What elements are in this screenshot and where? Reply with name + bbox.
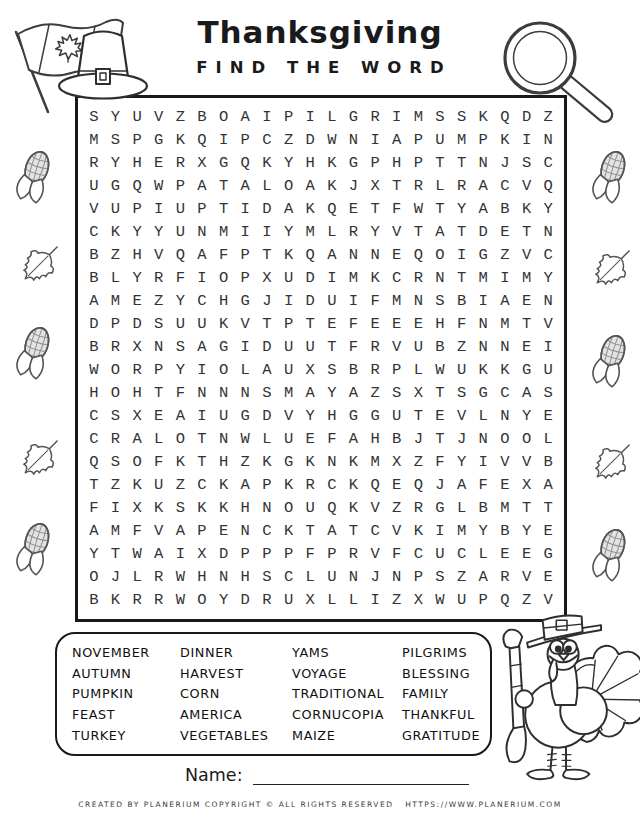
grid-cell[interactable]: K [343,497,365,520]
grid-cell[interactable]: J [408,428,430,451]
grid-cell[interactable]: A [299,382,321,405]
grid-cell[interactable]: L [126,566,148,589]
grid-cell[interactable]: B [472,497,494,520]
grid-cell[interactable]: K [170,128,192,151]
grid-cell[interactable]: M [408,105,430,128]
grid-cell[interactable]: U [429,128,451,151]
grid-cell[interactable]: B [386,428,408,451]
grid-cell[interactable]: F [83,497,105,520]
grid-cell[interactable]: Y [472,520,494,543]
grid-cell[interactable]: H [126,243,148,266]
grid-cell[interactable]: T [516,497,538,520]
grid-cell[interactable]: T [451,220,473,243]
grid-cell[interactable]: A [429,220,451,243]
grid-cell[interactable]: M [494,312,516,335]
grid-cell[interactable]: G [343,405,365,428]
grid-cell[interactable]: X [408,589,430,612]
grid-cell[interactable]: R [148,589,170,612]
grid-cell[interactable]: R [126,358,148,381]
grid-cell[interactable]: E [126,289,148,312]
grid-cell[interactable]: P [234,243,256,266]
grid-cell[interactable]: N [364,243,386,266]
grid-cell[interactable]: O [126,451,148,474]
grid-cell[interactable]: X [408,382,430,405]
grid-cell[interactable]: G [213,335,235,358]
grid-cell[interactable]: N [234,382,256,405]
grid-cell[interactable]: Q [408,474,430,497]
grid-cell[interactable]: E [386,312,408,335]
grid-cell[interactable]: Q [170,243,192,266]
grid-cell[interactable]: E [516,543,538,566]
grid-cell[interactable]: L [148,428,170,451]
grid-cell[interactable]: B [83,335,105,358]
grid-cell[interactable]: B [343,358,365,381]
grid-cell[interactable]: K [472,105,494,128]
grid-cell[interactable]: H [234,497,256,520]
grid-cell[interactable]: A [343,382,365,405]
grid-cell[interactable]: P [278,543,300,566]
grid-cell[interactable]: U [83,174,105,197]
grid-cell[interactable]: U [299,497,321,520]
grid-cell[interactable]: A [299,174,321,197]
grid-cell[interactable]: A [234,105,256,128]
grid-cell[interactable]: O [278,174,300,197]
grid-cell[interactable]: C [191,289,213,312]
grid-cell[interactable]: U [429,543,451,566]
grid-cell[interactable]: M [343,266,365,289]
grid-cell[interactable]: N [537,220,559,243]
grid-cell[interactable]: B [191,105,213,128]
grid-cell[interactable]: L [429,174,451,197]
grid-cell[interactable]: U [299,335,321,358]
grid-cell[interactable]: D [256,197,278,220]
grid-cell[interactable]: C [321,474,343,497]
grid-cell[interactable]: Z [105,243,127,266]
grid-cell[interactable]: I [494,266,516,289]
grid-cell[interactable]: Y [364,220,386,243]
grid-cell[interactable]: J [429,474,451,497]
grid-cell[interactable]: O [213,105,235,128]
grid-cell[interactable]: U [170,312,192,335]
grid-cell[interactable]: K [364,266,386,289]
grid-cell[interactable]: S [148,312,170,335]
grid-cell[interactable]: F [299,543,321,566]
grid-cell[interactable]: K [321,174,343,197]
grid-cell[interactable]: N [472,428,494,451]
grid-cell[interactable]: I [386,105,408,128]
grid-cell[interactable]: H [386,151,408,174]
grid-cell[interactable]: L [321,105,343,128]
grid-cell[interactable]: T [408,405,430,428]
grid-cell[interactable]: T [408,220,430,243]
grid-cell[interactable]: S [451,105,473,128]
grid-cell[interactable]: A [191,335,213,358]
grid-cell[interactable]: W [170,589,192,612]
grid-cell[interactable]: G [364,405,386,428]
grid-cell[interactable]: R [408,174,430,197]
grid-cell[interactable]: D [299,128,321,151]
grid-cell[interactable]: J [256,289,278,312]
grid-cell[interactable]: Z [278,128,300,151]
grid-cell[interactable]: N [148,335,170,358]
grid-cell[interactable]: C [83,405,105,428]
grid-cell[interactable]: Q [408,243,430,266]
grid-cell[interactable]: J [494,151,516,174]
grid-cell[interactable]: R [408,266,430,289]
grid-cell[interactable]: V [494,451,516,474]
grid-cell[interactable]: C [191,474,213,497]
grid-cell[interactable]: S [321,358,343,381]
grid-cell[interactable]: R [343,543,365,566]
grid-cell[interactable]: F [451,312,473,335]
grid-cell[interactable]: V [537,312,559,335]
grid-cell[interactable]: V [148,520,170,543]
grid-cell[interactable]: W [429,589,451,612]
grid-cell[interactable]: E [516,335,538,358]
grid-cell[interactable]: N [472,335,494,358]
grid-cell[interactable]: D [234,589,256,612]
grid-cell[interactable]: Y [451,451,473,474]
grid-cell[interactable]: Z [234,451,256,474]
grid-cell[interactable]: Y [537,197,559,220]
grid-cell[interactable]: A [472,566,494,589]
grid-cell[interactable]: P [105,312,127,335]
grid-cell[interactable]: U [191,312,213,335]
grid-cell[interactable]: U [278,358,300,381]
grid-cell[interactable]: A [191,174,213,197]
grid-cell[interactable]: N [429,266,451,289]
grid-cell[interactable]: C [386,266,408,289]
grid-cell[interactable]: V [83,197,105,220]
grid-cell[interactable]: L [451,497,473,520]
grid-cell[interactable]: E [494,474,516,497]
grid-cell[interactable]: R [364,358,386,381]
grid-cell[interactable]: P [278,312,300,335]
grid-cell[interactable]: K [278,474,300,497]
grid-cell[interactable]: S [105,451,127,474]
grid-cell[interactable]: A [170,405,192,428]
grid-cell[interactable]: E [516,289,538,312]
grid-cell[interactable]: S [256,566,278,589]
grid-cell[interactable]: K [256,151,278,174]
grid-cell[interactable]: I [537,335,559,358]
grid-cell[interactable]: I [451,243,473,266]
grid-cell[interactable]: V [148,243,170,266]
grid-cell[interactable]: B [494,197,516,220]
grid-cell[interactable]: I [472,289,494,312]
grid-cell[interactable]: T [191,451,213,474]
grid-cell[interactable]: I [364,128,386,151]
name-input-line[interactable] [253,762,469,785]
grid-cell[interactable]: H [321,405,343,428]
grid-cell[interactable]: P [234,128,256,151]
grid-cell[interactable]: R [364,335,386,358]
grid-cell[interactable]: T [451,151,473,174]
grid-cell[interactable]: O [213,358,235,381]
grid-cell[interactable]: I [516,128,538,151]
grid-cell[interactable]: K [343,474,365,497]
grid-cell[interactable]: Y [278,220,300,243]
grid-cell[interactable]: I [299,105,321,128]
grid-cell[interactable]: R [148,566,170,589]
grid-cell[interactable]: N [343,128,365,151]
grid-cell[interactable]: A [83,520,105,543]
grid-cell[interactable]: N [494,335,516,358]
grid-cell[interactable]: N [191,382,213,405]
grid-cell[interactable]: K [494,128,516,151]
grid-cell[interactable]: V [386,520,408,543]
grid-cell[interactable]: L [408,358,430,381]
grid-cell[interactable]: R [408,497,430,520]
grid-cell[interactable]: F [472,474,494,497]
grid-cell[interactable]: P [364,151,386,174]
grid-cell[interactable]: Z [364,382,386,405]
grid-cell[interactable]: O [429,243,451,266]
grid-cell[interactable]: E [429,405,451,428]
grid-cell[interactable]: K [170,451,192,474]
grid-cell[interactable]: M [472,266,494,289]
grid-cell[interactable]: F [386,543,408,566]
grid-cell[interactable]: S [451,382,473,405]
grid-cell[interactable]: K [256,451,278,474]
grid-cell[interactable]: I [234,220,256,243]
grid-cell[interactable]: S [537,382,559,405]
grid-cell[interactable]: G [537,543,559,566]
grid-cell[interactable]: P [234,266,256,289]
grid-cell[interactable]: F [364,289,386,312]
grid-cell[interactable]: C [537,243,559,266]
grid-cell[interactable]: I [191,405,213,428]
grid-cell[interactable]: P [148,358,170,381]
grid-cell[interactable]: U [278,428,300,451]
grid-cell[interactable]: T [191,428,213,451]
grid-cell[interactable]: M [386,289,408,312]
grid-cell[interactable]: O [83,566,105,589]
grid-cell[interactable]: D [299,289,321,312]
grid-cell[interactable]: P [408,566,430,589]
grid-cell[interactable]: J [105,566,127,589]
grid-cell[interactable]: Y [451,197,473,220]
grid-cell[interactable]: T [343,520,365,543]
grid-cell[interactable]: H [213,451,235,474]
grid-cell[interactable]: E [537,520,559,543]
grid-cell[interactable]: P [278,105,300,128]
grid-cell[interactable]: E [321,312,343,335]
grid-cell[interactable]: X [364,174,386,197]
grid-cell[interactable]: L [343,589,365,612]
grid-cell[interactable]: T [451,266,473,289]
grid-cell[interactable]: T [429,197,451,220]
grid-cell[interactable]: N [191,220,213,243]
grid-cell[interactable]: B [494,520,516,543]
grid-cell[interactable]: U [278,335,300,358]
grid-cell[interactable]: E [408,312,430,335]
grid-cell[interactable]: G [148,128,170,151]
grid-cell[interactable]: X [386,451,408,474]
grid-cell[interactable]: H [126,151,148,174]
grid-cell[interactable]: S [429,105,451,128]
grid-cell[interactable]: E [299,428,321,451]
grid-cell[interactable]: X [191,543,213,566]
grid-cell[interactable]: T [516,220,538,243]
grid-cell[interactable]: M [516,266,538,289]
grid-cell[interactable]: W [429,358,451,381]
grid-cell[interactable]: N [343,243,365,266]
grid-cell[interactable]: B [451,289,473,312]
grid-cell[interactable]: P [126,197,148,220]
grid-cell[interactable]: P [234,543,256,566]
grid-cell[interactable]: E [494,543,516,566]
grid-cell[interactable]: D [256,405,278,428]
grid-cell[interactable]: F [148,451,170,474]
grid-cell[interactable]: Q [299,243,321,266]
grid-cell[interactable]: N [321,451,343,474]
grid-cell[interactable]: A [321,520,343,543]
grid-cell[interactable]: R [343,220,365,243]
grid-cell[interactable]: T [256,243,278,266]
grid-cell[interactable]: C [256,128,278,151]
grid-cell[interactable]: A [343,428,365,451]
grid-cell[interactable]: F [213,243,235,266]
grid-cell[interactable]: I [472,451,494,474]
grid-cell[interactable]: C [83,220,105,243]
grid-cell[interactable]: I [256,220,278,243]
grid-cell[interactable]: Z [386,497,408,520]
grid-cell[interactable]: Z [408,451,430,474]
grid-cell[interactable]: G [213,151,235,174]
grid-cell[interactable]: K [191,497,213,520]
grid-cell[interactable]: E [537,566,559,589]
grid-cell[interactable]: U [408,335,430,358]
grid-cell[interactable]: R [105,335,127,358]
grid-cell[interactable]: C [494,382,516,405]
grid-cell[interactable]: P [191,197,213,220]
grid-cell[interactable]: J [451,428,473,451]
grid-cell[interactable]: A [234,474,256,497]
grid-cell[interactable]: D [472,220,494,243]
grid-cell[interactable]: K [213,474,235,497]
grid-cell[interactable]: S [256,382,278,405]
grid-cell[interactable]: Y [299,405,321,428]
grid-cell[interactable]: A [386,128,408,151]
grid-cell[interactable]: T [364,197,386,220]
grid-cell[interactable]: B [83,266,105,289]
grid-cell[interactable]: M [105,289,127,312]
grid-cell[interactable]: Z [148,289,170,312]
grid-cell[interactable]: G [105,174,127,197]
grid-cell[interactable]: Q [126,174,148,197]
grid-cell[interactable]: N [256,497,278,520]
grid-cell[interactable]: D [299,266,321,289]
grid-cell[interactable]: M [364,451,386,474]
grid-cell[interactable]: V [386,220,408,243]
grid-cell[interactable]: G [516,358,538,381]
grid-cell[interactable]: K [343,451,365,474]
grid-cell[interactable]: P [256,474,278,497]
grid-cell[interactable]: V [537,589,559,612]
grid-cell[interactable]: J [364,566,386,589]
grid-cell[interactable]: M [451,520,473,543]
grid-cell[interactable]: K [299,451,321,474]
grid-cell[interactable]: S [516,151,538,174]
grid-cell[interactable]: N [213,428,235,451]
grid-cell[interactable]: H [299,151,321,174]
grid-cell[interactable]: L [472,405,494,428]
grid-cell[interactable]: G [343,105,365,128]
grid-cell[interactable]: R [105,428,127,451]
grid-cell[interactable]: T [148,382,170,405]
grid-cell[interactable]: R [364,105,386,128]
grid-cell[interactable]: C [364,520,386,543]
grid-cell[interactable]: I [278,289,300,312]
grid-cell[interactable]: C [537,151,559,174]
grid-cell[interactable]: E [494,220,516,243]
grid-cell[interactable]: V [386,335,408,358]
grid-cell[interactable]: M [213,220,235,243]
grid-cell[interactable]: Q [321,497,343,520]
grid-cell[interactable]: F [343,312,365,335]
grid-cell[interactable]: P [472,128,494,151]
grid-cell[interactable]: S [386,382,408,405]
grid-cell[interactable]: Y [105,151,127,174]
grid-cell[interactable]: K [278,243,300,266]
grid-cell[interactable]: A [126,428,148,451]
grid-cell[interactable]: D [213,543,235,566]
grid-cell[interactable]: R [256,589,278,612]
grid-cell[interactable]: L [234,358,256,381]
grid-cell[interactable]: R [126,589,148,612]
grid-cell[interactable]: N [537,128,559,151]
grid-cell[interactable]: A [516,382,538,405]
grid-cell[interactable]: U [321,289,343,312]
grid-cell[interactable]: O [213,266,235,289]
grid-cell[interactable]: U [386,405,408,428]
grid-cell[interactable]: L [256,428,278,451]
grid-cell[interactable]: E [537,405,559,428]
grid-cell[interactable]: W [170,566,192,589]
grid-cell[interactable]: Y [213,589,235,612]
grid-cell[interactable]: U [170,197,192,220]
grid-cell[interactable]: V [451,405,473,428]
grid-cell[interactable]: D [256,335,278,358]
grid-cell[interactable]: K [148,497,170,520]
grid-cell[interactable]: Z [386,589,408,612]
grid-cell[interactable]: M [83,128,105,151]
grid-cell[interactable]: S [105,128,127,151]
grid-cell[interactable]: X [299,589,321,612]
grid-cell[interactable]: Q [494,589,516,612]
grid-cell[interactable]: O [105,358,127,381]
grid-cell[interactable]: A [472,174,494,197]
grid-cell[interactable]: V [364,497,386,520]
grid-cell[interactable]: Q [191,128,213,151]
grid-cell[interactable]: Z [105,474,127,497]
grid-cell[interactable]: N [213,382,235,405]
grid-cell[interactable]: K [494,358,516,381]
grid-cell[interactable]: V [516,451,538,474]
grid-cell[interactable]: G [472,382,494,405]
grid-cell[interactable]: V [234,312,256,335]
grid-cell[interactable]: T [213,197,235,220]
grid-cell[interactable]: T [537,497,559,520]
grid-cell[interactable]: A [321,243,343,266]
grid-cell[interactable]: C [494,174,516,197]
grid-cell[interactable]: S [170,335,192,358]
grid-cell[interactable]: V [516,566,538,589]
grid-cell[interactable]: P [408,151,430,174]
grid-cell[interactable]: A [256,358,278,381]
grid-cell[interactable]: L [299,566,321,589]
